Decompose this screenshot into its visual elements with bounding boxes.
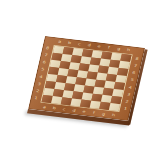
product-photo-stage: abcdefgh abcdefgh 87654321 87654321 (0, 0, 160, 160)
file-label-h: h (108, 112, 119, 119)
square-h1 (109, 103, 120, 111)
rank-label-1: 1 (119, 105, 131, 113)
chess-board: abcdefgh abcdefgh 87654321 87654321 (28, 36, 145, 121)
board-field (40, 45, 132, 112)
